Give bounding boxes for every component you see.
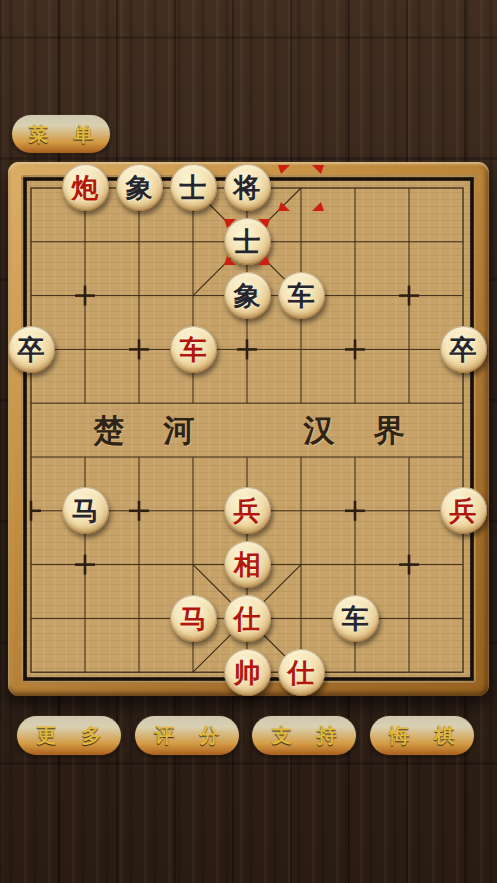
river-label-right: 汉 界 — [279, 405, 429, 457]
piece-red-chariot[interactable]: 车 — [170, 326, 217, 373]
piece-black-advisor[interactable]: 士 — [224, 218, 271, 265]
support-button-label: 支 持 — [255, 719, 353, 752]
more-button[interactable]: 更 多 — [17, 716, 121, 755]
piece-black-soldier[interactable]: 卒 — [8, 326, 55, 373]
piece-black-soldier[interactable]: 卒 — [440, 326, 487, 373]
rate-button-label: 评 分 — [138, 719, 236, 752]
piece-black-chariot[interactable]: 车 — [278, 272, 325, 319]
piece-red-cannon[interactable]: 炮 — [62, 164, 109, 211]
piece-black-advisor[interactable]: 士 — [170, 164, 217, 211]
piece-red-soldier[interactable]: 兵 — [224, 487, 271, 534]
undo-button[interactable]: 悔 棋 — [370, 716, 474, 755]
piece-red-horse[interactable]: 马 — [170, 595, 217, 642]
menu-button-label: 菜 单 — [15, 118, 107, 150]
piece-black-elephant[interactable]: 象 — [116, 164, 163, 211]
piece-black-elephant[interactable]: 象 — [224, 272, 271, 319]
menu-button[interactable]: 菜 单 — [12, 115, 110, 153]
undo-button-label: 悔 棋 — [373, 719, 471, 752]
marker-corner-icon — [312, 199, 324, 211]
piece-black-chariot[interactable]: 车 — [332, 595, 379, 642]
rate-button[interactable]: 评 分 — [135, 716, 239, 755]
piece-red-soldier[interactable]: 兵 — [440, 487, 487, 534]
xiangqi-board[interactable]: 楚 河 汉 界 炮象士将士象车卒车卒马兵兵相马仕车帅仕 — [8, 162, 489, 696]
piece-red-advisor[interactable]: 仕 — [224, 595, 271, 642]
river-label-left: 楚 河 — [69, 405, 219, 457]
board-field: 楚 河 汉 界 炮象士将士象车卒车卒马兵兵相马仕车帅仕 — [21, 175, 476, 683]
piece-black-general[interactable]: 将 — [224, 164, 271, 211]
last-move-marker — [278, 165, 324, 211]
piece-red-general[interactable]: 帅 — [224, 649, 271, 696]
marker-corner-icon — [278, 199, 290, 211]
piece-red-advisor[interactable]: 仕 — [278, 649, 325, 696]
more-button-label: 更 多 — [20, 719, 118, 752]
bottom-button-bar: 更 多 评 分 支 持 悔 棋 — [17, 716, 474, 755]
marker-corner-icon — [278, 165, 290, 177]
marker-corner-icon — [312, 165, 324, 177]
support-button[interactable]: 支 持 — [252, 716, 356, 755]
piece-red-elephant[interactable]: 相 — [224, 541, 271, 588]
piece-black-horse[interactable]: 马 — [62, 487, 109, 534]
